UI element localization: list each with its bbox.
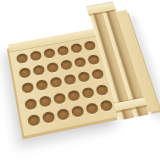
product-photo-scene [0,0,160,160]
hole [83,40,96,51]
hole [56,108,70,121]
hole [99,99,113,112]
wood-tray-assembly [7,14,160,138]
hole [70,105,84,118]
hole [70,43,83,54]
hole [77,72,90,84]
hole [85,102,99,115]
hole [56,45,69,56]
hole [67,89,81,101]
hole [32,65,45,77]
hole [38,95,51,107]
hole [41,111,55,124]
hole [60,60,73,71]
hole [21,82,34,94]
hole [81,87,95,99]
hole [91,69,104,81]
hole [35,80,48,92]
hole [27,114,41,127]
hole [73,57,86,68]
hole [49,77,62,89]
hole [15,53,28,64]
hole [43,48,56,59]
hole [24,98,37,110]
hole [29,50,42,61]
hole [63,74,76,86]
hole [95,84,109,96]
hole [18,67,31,79]
hole [87,54,100,65]
hole [52,92,65,104]
hole [46,62,59,73]
